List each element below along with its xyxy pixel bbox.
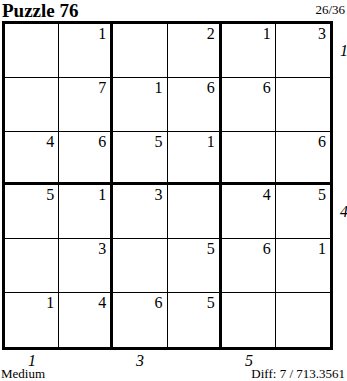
cell-r3c5[interactable] <box>222 132 276 186</box>
cell-r2c3: 1 <box>113 78 167 132</box>
cell-r3c4: 1 <box>168 132 222 186</box>
cell-digit: 6 <box>263 79 271 96</box>
cell-r5c5: 6 <box>222 239 276 293</box>
cell-r3c6: 6 <box>276 132 330 186</box>
cell-digit: 4 <box>46 133 54 150</box>
cell-r6c5[interactable] <box>222 293 276 347</box>
cell-r4c4[interactable] <box>168 185 222 239</box>
cell-digit: 1 <box>207 133 215 150</box>
cell-digit: 1 <box>318 240 326 257</box>
cell-r4c2: 1 <box>59 185 113 239</box>
cell-digit: 1 <box>46 294 54 311</box>
cell-r5c3[interactable] <box>113 239 167 293</box>
givens-counter: 26/36 <box>315 2 345 18</box>
cell-r5c4: 5 <box>168 239 222 293</box>
cell-r2c4: 6 <box>168 78 222 132</box>
cell-digit: 1 <box>155 79 163 96</box>
col-label-3: 3 <box>132 353 148 369</box>
cell-digit: 3 <box>155 186 163 203</box>
cell-r1c2: 1 <box>59 24 113 78</box>
cell-r1c1[interactable] <box>5 24 59 78</box>
cell-r2c5: 6 <box>222 78 276 132</box>
page-title: Puzzle 76 <box>2 0 79 21</box>
cell-digit: 5 <box>318 186 326 203</box>
cell-digit: 5 <box>207 240 215 257</box>
cell-r1c3[interactable] <box>113 24 167 78</box>
cell-digit: 6 <box>207 79 215 96</box>
cell-r5c1[interactable] <box>5 239 59 293</box>
cell-r3c2: 6 <box>59 132 113 186</box>
cell-r3c3: 5 <box>113 132 167 186</box>
cell-digit: 5 <box>46 186 54 203</box>
cell-digit: 6 <box>318 133 326 150</box>
cell-digit: 6 <box>98 133 106 150</box>
cell-digit: 6 <box>155 294 163 311</box>
cell-r6c2: 4 <box>59 293 113 347</box>
cell-r6c6[interactable] <box>276 293 330 347</box>
row-label-1: 1 <box>336 43 347 59</box>
cell-r5c6: 1 <box>276 239 330 293</box>
cell-r1c4: 2 <box>168 24 222 78</box>
cell-r3c1: 4 <box>5 132 59 186</box>
cell-r6c4: 5 <box>168 293 222 347</box>
cell-r6c1: 1 <box>5 293 59 347</box>
cell-r2c2: 7 <box>59 78 113 132</box>
puzzle-page: Puzzle 76 26/36 121371664651651345356114… <box>0 0 347 381</box>
cell-r4c6: 5 <box>276 185 330 239</box>
row-label-4: 4 <box>336 204 347 220</box>
cell-r4c5: 4 <box>222 185 276 239</box>
cell-r4c1: 5 <box>5 185 59 239</box>
cell-digit: 4 <box>98 294 106 311</box>
cell-r6c3: 6 <box>113 293 167 347</box>
cell-digit: 1 <box>98 25 106 42</box>
cell-r5c2: 3 <box>59 239 113 293</box>
cell-digit: 5 <box>207 294 215 311</box>
cell-r1c6: 3 <box>276 24 330 78</box>
cell-digit: 1 <box>98 186 106 203</box>
cell-digit: 4 <box>263 186 271 203</box>
difficulty-label: Medium <box>1 366 45 381</box>
cell-digit: 3 <box>318 25 326 42</box>
cell-r1c5: 1 <box>222 24 276 78</box>
cell-digit: 3 <box>98 240 106 257</box>
cell-digit: 5 <box>155 133 163 150</box>
cell-digit: 7 <box>98 79 106 96</box>
puzzle-grid: 12137166465165134535611465 <box>2 21 333 350</box>
cell-digit: 1 <box>263 25 271 42</box>
cell-digit: 2 <box>207 25 215 42</box>
cell-r2c1[interactable] <box>5 78 59 132</box>
cell-r4c3: 3 <box>113 185 167 239</box>
cell-r2c6[interactable] <box>276 78 330 132</box>
diff-stat: Diff: 7 / 713.3561 <box>251 366 345 381</box>
cell-digit: 6 <box>263 240 271 257</box>
